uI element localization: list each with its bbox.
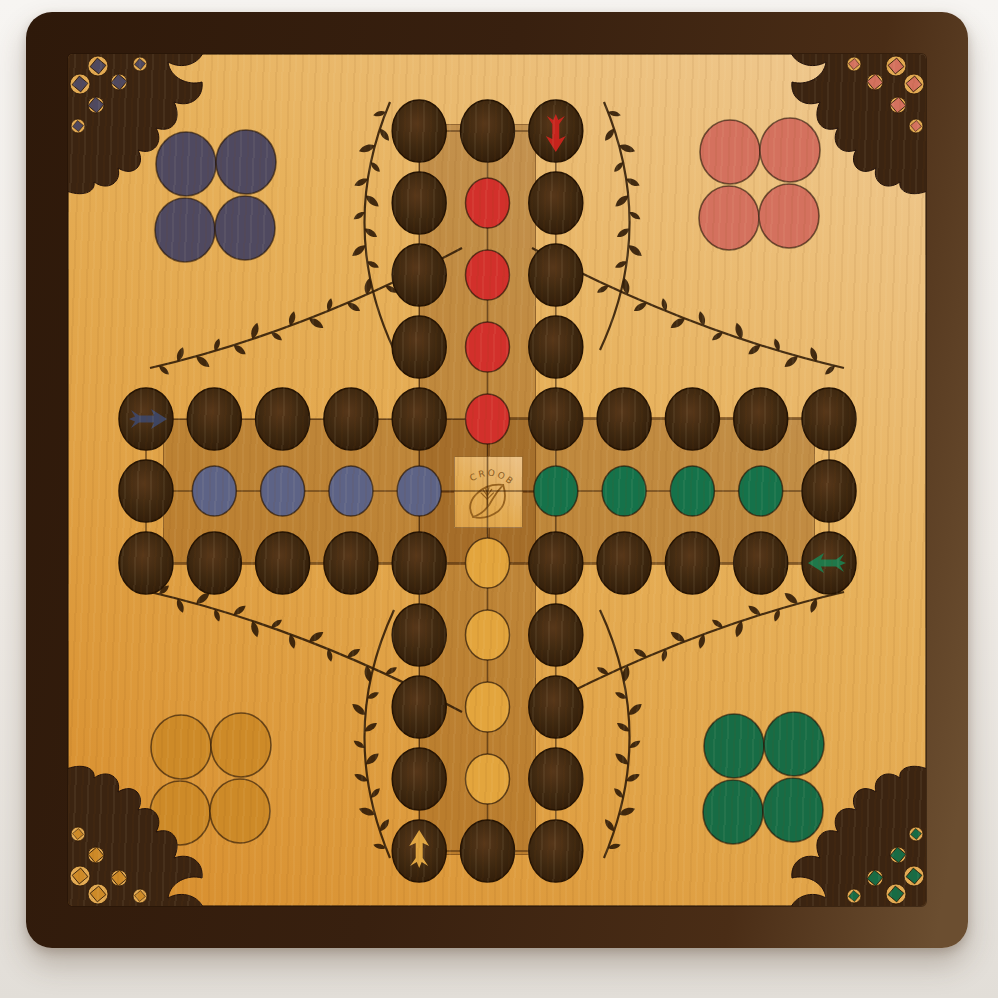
track-space[interactable]: [119, 460, 173, 522]
track-space[interactable]: [324, 532, 378, 594]
track-space[interactable]: [529, 532, 583, 594]
home-circle-red-1[interactable]: [700, 120, 760, 184]
home-circle-green-1[interactable]: [704, 714, 764, 778]
track-space[interactable]: [119, 532, 173, 594]
home-circle-blue-4[interactable]: [215, 196, 275, 260]
track-space[interactable]: [187, 532, 241, 594]
track-space[interactable]: [324, 388, 378, 450]
track-space[interactable]: [529, 388, 583, 450]
track-space[interactable]: [529, 244, 583, 306]
home-run-space-green[interactable]: [602, 466, 646, 516]
home-circle-blue-3[interactable]: [155, 198, 215, 262]
home-circle-red-3[interactable]: [699, 186, 759, 250]
track-space[interactable]: [734, 388, 788, 450]
track-space[interactable]: [392, 604, 446, 666]
home-circle-blue-2[interactable]: [216, 130, 276, 194]
track-space[interactable]: [187, 388, 241, 450]
home-run-space-blue[interactable]: [329, 466, 373, 516]
track-spaces-layer: [68, 54, 926, 906]
home-run-space-green[interactable]: [534, 466, 578, 516]
home-run-space-green[interactable]: [670, 466, 714, 516]
home-circle-green-3[interactable]: [703, 780, 763, 844]
home-circle-red-2[interactable]: [760, 118, 820, 182]
track-space[interactable]: [392, 532, 446, 594]
ludo-board: CROOB: [26, 12, 968, 948]
home-circle-yellow-3[interactable]: [150, 781, 210, 845]
track-space[interactable]: [597, 388, 651, 450]
home-circle-green-2[interactable]: [764, 712, 824, 776]
track-space[interactable]: [392, 100, 446, 162]
track-space[interactable]: [392, 388, 446, 450]
home-run-space-blue[interactable]: [261, 466, 305, 516]
home-run-space-yellow[interactable]: [466, 754, 510, 804]
track-space[interactable]: [392, 172, 446, 234]
track-space[interactable]: [461, 820, 515, 882]
home-run-space-yellow[interactable]: [466, 682, 510, 732]
home-run-space-red[interactable]: [466, 394, 510, 444]
home-circle-red-4[interactable]: [759, 184, 819, 248]
track-space[interactable]: [256, 388, 310, 450]
home-run-space-red[interactable]: [466, 178, 510, 228]
track-space[interactable]: [665, 532, 719, 594]
track-space[interactable]: [461, 100, 515, 162]
home-run-space-yellow[interactable]: [466, 538, 510, 588]
track-space[interactable]: [529, 748, 583, 810]
track-space[interactable]: [529, 604, 583, 666]
track-space[interactable]: [665, 388, 719, 450]
track-space[interactable]: [392, 244, 446, 306]
home-run-space-yellow[interactable]: [466, 610, 510, 660]
track-space[interactable]: [597, 532, 651, 594]
home-circle-yellow-1[interactable]: [151, 715, 211, 779]
track-space[interactable]: [802, 388, 856, 450]
track-space[interactable]: [529, 820, 583, 882]
track-space[interactable]: [392, 676, 446, 738]
playing-field: CROOB: [68, 54, 926, 906]
track-space[interactable]: [802, 460, 856, 522]
track-space[interactable]: [529, 316, 583, 378]
track-space[interactable]: [734, 532, 788, 594]
home-circle-yellow-2[interactable]: [211, 713, 271, 777]
home-circle-green-4[interactable]: [763, 778, 823, 842]
home-run-space-blue[interactable]: [397, 466, 441, 516]
track-space[interactable]: [256, 532, 310, 594]
home-circle-blue-1[interactable]: [156, 132, 216, 196]
home-run-space-blue[interactable]: [192, 466, 236, 516]
home-circle-yellow-4[interactable]: [210, 779, 270, 843]
track-space[interactable]: [392, 748, 446, 810]
track-space[interactable]: [529, 676, 583, 738]
track-space[interactable]: [529, 172, 583, 234]
track-space[interactable]: [392, 316, 446, 378]
photo-background: CROOB: [0, 0, 998, 998]
home-run-space-green[interactable]: [739, 466, 783, 516]
home-run-space-red[interactable]: [466, 250, 510, 300]
home-run-space-red[interactable]: [466, 322, 510, 372]
